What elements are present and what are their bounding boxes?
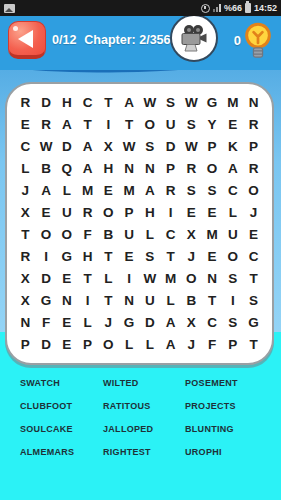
grid-cell[interactable]: A: [36, 179, 57, 201]
grid-cell[interactable]: I: [77, 290, 98, 312]
grid-cell[interactable]: F: [36, 312, 57, 334]
grid-cell[interactable]: E: [119, 246, 140, 268]
found-progress: 0/12: [52, 33, 76, 47]
grid-cell[interactable]: M: [160, 268, 181, 290]
grid-cell[interactable]: H: [57, 91, 78, 113]
grid-cell[interactable]: B: [36, 157, 57, 179]
video-ad-button[interactable]: [170, 14, 218, 62]
word-item: RIGHTEST: [103, 447, 185, 457]
grid-cell[interactable]: P: [15, 334, 36, 356]
grid-cell[interactable]: B: [181, 290, 202, 312]
grid-cell[interactable]: G: [57, 246, 78, 268]
word-item: POSEMENT: [185, 378, 270, 388]
grid-cell[interactable]: I: [223, 290, 244, 312]
grid-cell[interactable]: N: [243, 91, 264, 113]
grid-cell[interactable]: U: [57, 201, 78, 223]
grid-cell[interactable]: X: [98, 135, 119, 157]
grid-cell[interactable]: Q: [57, 157, 78, 179]
grid-cell[interactable]: X: [15, 201, 36, 223]
puzzle-board: RDHCTAWSWGMNERATITOUSYERCWDAXWSDWPKPLBQA…: [5, 82, 274, 365]
grid-cell[interactable]: E: [57, 334, 78, 356]
word-item: CLUBFOOT: [20, 401, 103, 411]
grid-cell[interactable]: N: [119, 157, 140, 179]
grid-cell[interactable]: W: [36, 135, 57, 157]
grid-cell[interactable]: E: [15, 113, 36, 135]
word-item: SWATCH: [20, 378, 103, 388]
grid-cell[interactable]: A: [77, 157, 98, 179]
grid-cell[interactable]: I: [160, 201, 181, 223]
grid-cell[interactable]: P: [202, 135, 223, 157]
word-item: SOULCAKE: [20, 424, 103, 434]
grid-cell[interactable]: W: [181, 135, 202, 157]
grid-cell[interactable]: W: [140, 91, 161, 113]
grid-cell[interactable]: N: [140, 157, 161, 179]
grid-cell[interactable]: D: [57, 135, 78, 157]
grid-cell[interactable]: C: [77, 91, 98, 113]
word-list: SWATCHWILTEDPOSEMENTCLUBFOOTRATITOUSPROJ…: [20, 378, 270, 457]
grid-cell[interactable]: H: [77, 246, 98, 268]
grid-cell[interactable]: T: [77, 113, 98, 135]
grid-cell[interactable]: E: [202, 201, 223, 223]
word-search-app: %66 14:52 0/12 Chapter: 2/3568 0: [0, 0, 281, 500]
grid-cell[interactable]: N: [57, 290, 78, 312]
grid-cell[interactable]: U: [119, 224, 140, 246]
grid-cell[interactable]: P: [160, 157, 181, 179]
grid-cell[interactable]: E: [98, 179, 119, 201]
grid-cell[interactable]: R: [243, 157, 264, 179]
grid-cell[interactable]: J: [15, 179, 36, 201]
grid-cell[interactable]: P: [119, 201, 140, 223]
word-item: PROJECTS: [185, 401, 270, 411]
grid-cell[interactable]: H: [140, 201, 161, 223]
grid-cell[interactable]: O: [140, 113, 161, 135]
grid-cell[interactable]: I: [119, 268, 140, 290]
grid-cell[interactable]: J: [181, 334, 202, 356]
grid-cell[interactable]: F: [77, 224, 98, 246]
grid-cell[interactable]: H: [98, 157, 119, 179]
word-item: RATITOUS: [103, 401, 185, 411]
grid-cell[interactable]: T: [202, 290, 223, 312]
grid-cell[interactable]: T: [160, 246, 181, 268]
grid-cell[interactable]: C: [243, 246, 264, 268]
grid-cell[interactable]: T: [243, 334, 264, 356]
grid-cell[interactable]: E: [36, 201, 57, 223]
grid-cell[interactable]: R: [243, 113, 264, 135]
grid-cell[interactable]: O: [202, 157, 223, 179]
status-bar: %66 14:52: [0, 0, 281, 16]
grid-cell[interactable]: O: [57, 224, 78, 246]
grid-cell[interactable]: L: [119, 334, 140, 356]
signal-strength-icon: [213, 4, 221, 12]
grid-cell[interactable]: P: [223, 334, 244, 356]
grid-cell[interactable]: O: [98, 201, 119, 223]
grid-cell[interactable]: T: [77, 268, 98, 290]
grid-cell[interactable]: D: [140, 312, 161, 334]
grid-cell[interactable]: A: [160, 312, 181, 334]
grid-cell[interactable]: F: [202, 334, 223, 356]
grid-cell[interactable]: C: [202, 312, 223, 334]
word-item: UROPHI: [185, 447, 270, 457]
grid-cell[interactable]: L: [160, 290, 181, 312]
back-button[interactable]: [8, 21, 46, 59]
grid-cell[interactable]: T: [98, 290, 119, 312]
grid-cell[interactable]: L: [223, 201, 244, 223]
grid-cell[interactable]: A: [77, 135, 98, 157]
word-item: JALLOPED: [103, 424, 185, 434]
grid-cell[interactable]: A: [57, 113, 78, 135]
grid-cell[interactable]: R: [15, 246, 36, 268]
grid-cell[interactable]: S: [140, 246, 161, 268]
chapter-label: Chapter: 2/3568: [84, 33, 177, 47]
grid-cell[interactable]: K: [223, 135, 244, 157]
grid-cell[interactable]: L: [140, 224, 161, 246]
grid-cell[interactable]: A: [160, 334, 181, 356]
grid-cell[interactable]: X: [15, 290, 36, 312]
grid-cell[interactable]: A: [140, 179, 161, 201]
grid-cell[interactable]: R: [181, 157, 202, 179]
grid-cell[interactable]: G: [243, 312, 264, 334]
grid-cell[interactable]: T: [15, 224, 36, 246]
grid-cell[interactable]: B: [98, 224, 119, 246]
grid-cell[interactable]: W: [119, 135, 140, 157]
grid-cell[interactable]: W: [140, 268, 161, 290]
grid-cell[interactable]: E: [243, 224, 264, 246]
grid-cell[interactable]: Y: [202, 113, 223, 135]
grid-cell[interactable]: T: [98, 246, 119, 268]
grid-cell[interactable]: C: [160, 224, 181, 246]
grid-cell[interactable]: L: [15, 157, 36, 179]
grid-cell[interactable]: R: [36, 113, 57, 135]
grid-cell[interactable]: J: [181, 246, 202, 268]
grid-cell[interactable]: X: [15, 268, 36, 290]
grid-cell[interactable]: C: [15, 135, 36, 157]
grid-cell[interactable]: S: [223, 312, 244, 334]
grid-cell[interactable]: E: [223, 113, 244, 135]
grid-cell[interactable]: N: [15, 312, 36, 334]
grid-cell[interactable]: O: [223, 246, 244, 268]
grid-cell[interactable]: E: [202, 246, 223, 268]
grid-cell[interactable]: O: [98, 334, 119, 356]
grid-cell[interactable]: X: [181, 312, 202, 334]
grid-cell[interactable]: U: [160, 113, 181, 135]
grid-cell[interactable]: D: [36, 334, 57, 356]
grid-cell[interactable]: M: [223, 91, 244, 113]
word-item: BLUNTING: [185, 424, 270, 434]
grid-cell[interactable]: I: [98, 113, 119, 135]
grid-cell[interactable]: E: [57, 312, 78, 334]
grid-cell[interactable]: T: [98, 91, 119, 113]
grid-cell[interactable]: S: [160, 91, 181, 113]
alarm-icon: [201, 4, 210, 13]
grid-cell[interactable]: I: [36, 246, 57, 268]
grid-cell[interactable]: O: [243, 179, 264, 201]
grid-cell[interactable]: M: [119, 179, 140, 201]
grid-cell[interactable]: L: [77, 312, 98, 334]
grid-cell[interactable]: S: [181, 113, 202, 135]
grid-cell[interactable]: X: [181, 224, 202, 246]
grid-cell[interactable]: D: [160, 135, 181, 157]
grid-cell[interactable]: R: [15, 91, 36, 113]
movie-camera-icon: [178, 22, 210, 54]
grid-cell[interactable]: O: [36, 224, 57, 246]
grid-cell[interactable]: N: [202, 268, 223, 290]
grid-cell[interactable]: R: [160, 179, 181, 201]
letter-grid: RDHCTAWSWGMNERATITOUSYERCWDAXWSDWPKPLBQA…: [9, 86, 270, 361]
grid-cell[interactable]: L: [140, 334, 161, 356]
grid-cell[interactable]: P: [243, 135, 264, 157]
grid-cell[interactable]: A: [223, 157, 244, 179]
grid-cell[interactable]: S: [140, 135, 161, 157]
grid-cell[interactable]: P: [77, 334, 98, 356]
battery-percent: %66: [224, 3, 242, 13]
grid-cell[interactable]: D: [36, 91, 57, 113]
grid-cell[interactable]: N: [119, 290, 140, 312]
hint-count: 0: [234, 33, 241, 48]
grid-cell[interactable]: S: [243, 290, 264, 312]
word-item: ALMEMARS: [20, 447, 103, 457]
grid-cell[interactable]: D: [36, 268, 57, 290]
grid-cell[interactable]: M: [77, 179, 98, 201]
grid-cell[interactable]: G: [36, 290, 57, 312]
grid-cell[interactable]: M: [202, 224, 223, 246]
grid-cell[interactable]: S: [202, 179, 223, 201]
grid-cell[interactable]: U: [140, 290, 161, 312]
grid-cell[interactable]: R: [77, 201, 98, 223]
clock: 14:52: [254, 3, 277, 13]
grid-cell[interactable]: E: [57, 268, 78, 290]
battery-icon: [245, 3, 251, 13]
grid-cell[interactable]: U: [223, 224, 244, 246]
grid-cell[interactable]: L: [98, 268, 119, 290]
grid-cell[interactable]: W: [181, 91, 202, 113]
back-arrow-icon: [18, 30, 33, 48]
grid-cell[interactable]: J: [243, 201, 264, 223]
screenshot-notification-icon: [4, 4, 15, 13]
hint-bulb-button[interactable]: [243, 22, 273, 59]
grid-cell[interactable]: O: [181, 268, 202, 290]
word-item: WILTED: [103, 378, 185, 388]
grid-cell[interactable]: T: [119, 113, 140, 135]
grid-cell[interactable]: J: [98, 312, 119, 334]
grid-cell[interactable]: G: [119, 312, 140, 334]
grid-cell[interactable]: L: [57, 179, 78, 201]
grid-cell[interactable]: S: [181, 179, 202, 201]
grid-cell[interactable]: E: [181, 201, 202, 223]
grid-cell[interactable]: T: [243, 268, 264, 290]
grid-cell[interactable]: A: [119, 91, 140, 113]
grid-cell[interactable]: S: [223, 268, 244, 290]
grid-cell[interactable]: C: [223, 179, 244, 201]
grid-cell[interactable]: G: [202, 91, 223, 113]
